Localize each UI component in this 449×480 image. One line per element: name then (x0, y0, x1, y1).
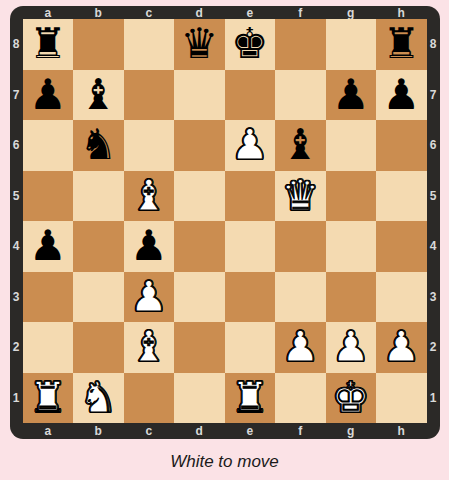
square-a2[interactable] (23, 322, 74, 373)
square-h2[interactable]: ♟ (376, 322, 427, 373)
rank-label-7: 7 (427, 70, 440, 121)
square-d3[interactable] (174, 272, 225, 323)
square-a7[interactable]: ♟ (23, 70, 74, 121)
square-h4[interactable] (376, 221, 427, 272)
square-a8[interactable]: ♜ (23, 19, 74, 70)
rank-label-8: 8 (10, 19, 23, 70)
rank-label-4: 4 (10, 221, 23, 272)
square-h6[interactable] (376, 120, 427, 171)
square-c6[interactable] (124, 120, 175, 171)
file-label-e: e (225, 6, 276, 19)
square-f4[interactable] (275, 221, 326, 272)
black-pawn-piece: ♟ (130, 225, 168, 267)
black-knight-piece: ♞ (79, 124, 117, 166)
black-pawn-piece: ♟ (332, 74, 370, 116)
file-label-d: d (174, 423, 225, 439)
file-label-c: c (124, 6, 175, 19)
rank-label-3: 3 (10, 272, 23, 323)
rank-label-3: 3 (427, 272, 440, 323)
square-f6[interactable]: ♝ (275, 120, 326, 171)
square-f7[interactable] (275, 70, 326, 121)
white-pawn-piece: ♟ (231, 124, 269, 166)
square-d8[interactable]: ♛ (174, 19, 225, 70)
rank-label-5: 5 (10, 171, 23, 222)
square-g8[interactable] (326, 19, 377, 70)
white-pawn-piece: ♟ (382, 326, 420, 368)
file-label-h: h (376, 423, 427, 439)
rank-labels-right: 87654321 (427, 19, 440, 423)
square-d6[interactable] (174, 120, 225, 171)
white-rook-piece: ♜ (231, 377, 269, 419)
square-f2[interactable]: ♟ (275, 322, 326, 373)
black-pawn-piece: ♟ (382, 74, 420, 116)
square-e5[interactable] (225, 171, 276, 222)
rank-label-2: 2 (427, 322, 440, 373)
square-e6[interactable]: ♟ (225, 120, 276, 171)
white-rook-piece: ♜ (29, 377, 67, 419)
square-b4[interactable] (73, 221, 124, 272)
square-f8[interactable] (275, 19, 326, 70)
square-b2[interactable] (73, 322, 124, 373)
square-c7[interactable] (124, 70, 175, 121)
square-g7[interactable]: ♟ (326, 70, 377, 121)
black-pawn-piece: ♟ (29, 225, 67, 267)
file-labels-top: abcdefgh (23, 6, 427, 19)
square-g5[interactable] (326, 171, 377, 222)
square-g3[interactable] (326, 272, 377, 323)
square-g4[interactable] (326, 221, 377, 272)
square-h5[interactable] (376, 171, 427, 222)
rank-label-1: 1 (10, 373, 23, 424)
white-pawn-piece: ♟ (332, 326, 370, 368)
square-e7[interactable] (225, 70, 276, 121)
square-e2[interactable] (225, 322, 276, 373)
square-h1[interactable] (376, 373, 427, 424)
black-bishop-piece: ♝ (281, 124, 319, 166)
rank-label-6: 6 (427, 120, 440, 171)
file-label-b: b (73, 423, 124, 439)
file-label-a: a (23, 423, 74, 439)
square-f5[interactable]: ♛ (275, 171, 326, 222)
white-king-piece: ♚ (332, 377, 370, 419)
rank-label-1: 1 (427, 373, 440, 424)
rank-label-7: 7 (10, 70, 23, 121)
square-a1[interactable]: ♜ (23, 373, 74, 424)
white-knight-piece: ♞ (79, 377, 117, 419)
black-rook-piece: ♜ (29, 23, 67, 65)
black-king-piece: ♚ (231, 23, 269, 65)
side-to-move-caption: White to move (0, 452, 449, 472)
square-b5[interactable] (73, 171, 124, 222)
black-rook-piece: ♜ (382, 23, 420, 65)
square-g6[interactable] (326, 120, 377, 171)
square-f3[interactable] (275, 272, 326, 323)
white-bishop-piece: ♝ (130, 326, 168, 368)
rank-label-6: 6 (10, 120, 23, 171)
chess-board-frame: abcdefgh 87654321 ♜♛♚♜♟♝♟♟♞♟♝♝♛♟♟♟♝♟♟♟♜♞… (10, 6, 440, 439)
square-e3[interactable] (225, 272, 276, 323)
square-e1[interactable]: ♜ (225, 373, 276, 424)
square-c8[interactable] (124, 19, 175, 70)
file-label-e: e (225, 423, 276, 439)
white-pawn-piece: ♟ (130, 276, 168, 318)
square-h8[interactable]: ♜ (376, 19, 427, 70)
square-a6[interactable] (23, 120, 74, 171)
file-label-d: d (174, 6, 225, 19)
file-label-c: c (124, 423, 175, 439)
square-c1[interactable] (124, 373, 175, 424)
chess-board: ♜♛♚♜♟♝♟♟♞♟♝♝♛♟♟♟♝♟♟♟♜♞♜♚ (23, 19, 427, 423)
square-b3[interactable] (73, 272, 124, 323)
square-f1[interactable] (275, 373, 326, 424)
square-b7[interactable]: ♝ (73, 70, 124, 121)
square-e4[interactable] (225, 221, 276, 272)
square-b8[interactable] (73, 19, 124, 70)
square-a5[interactable] (23, 171, 74, 222)
file-labels-bottom: abcdefgh (23, 423, 427, 439)
square-g2[interactable]: ♟ (326, 322, 377, 373)
square-c2[interactable]: ♝ (124, 322, 175, 373)
file-label-h: h (376, 6, 427, 19)
rank-label-4: 4 (427, 221, 440, 272)
black-pawn-piece: ♟ (29, 74, 67, 116)
square-e8[interactable]: ♚ (225, 19, 276, 70)
square-c5[interactable]: ♝ (124, 171, 175, 222)
square-d5[interactable] (174, 171, 225, 222)
file-label-a: a (23, 6, 74, 19)
square-d4[interactable] (174, 221, 225, 272)
square-g1[interactable]: ♚ (326, 373, 377, 424)
square-d1[interactable] (174, 373, 225, 424)
square-b6[interactable]: ♞ (73, 120, 124, 171)
square-d2[interactable] (174, 322, 225, 373)
square-a4[interactable]: ♟ (23, 221, 74, 272)
square-h3[interactable] (376, 272, 427, 323)
rank-label-2: 2 (10, 322, 23, 373)
white-pawn-piece: ♟ (281, 326, 319, 368)
white-bishop-piece: ♝ (130, 175, 168, 217)
file-label-b: b (73, 6, 124, 19)
file-label-g: g (326, 6, 377, 19)
square-a3[interactable] (23, 272, 74, 323)
square-d7[interactable] (174, 70, 225, 121)
square-h7[interactable]: ♟ (376, 70, 427, 121)
black-bishop-piece: ♝ (79, 74, 117, 116)
file-label-g: g (326, 423, 377, 439)
black-queen-piece: ♛ (180, 23, 218, 65)
rank-label-8: 8 (427, 19, 440, 70)
rank-labels-left: 87654321 (10, 19, 23, 423)
file-label-f: f (275, 6, 326, 19)
square-c3[interactable]: ♟ (124, 272, 175, 323)
square-b1[interactable]: ♞ (73, 373, 124, 424)
file-label-f: f (275, 423, 326, 439)
rank-label-5: 5 (427, 171, 440, 222)
white-queen-piece: ♛ (281, 175, 319, 217)
square-c4[interactable]: ♟ (124, 221, 175, 272)
